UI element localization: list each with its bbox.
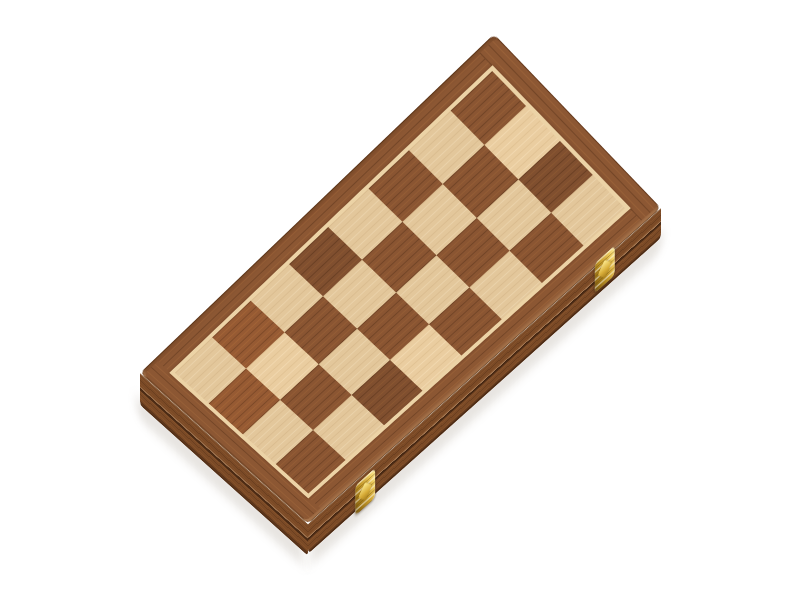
chess-case-photo bbox=[0, 0, 800, 600]
